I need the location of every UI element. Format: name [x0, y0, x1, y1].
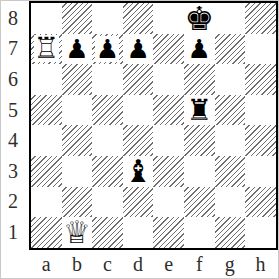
square-g1	[215, 217, 246, 248]
square-b3	[62, 156, 93, 187]
board: ♚♖♟♟♟♟♜♝♕	[29, 1, 278, 250]
square-b6	[62, 64, 93, 95]
black-pawn: ♟	[187, 36, 211, 62]
square-g6	[215, 64, 246, 95]
rank-label-2: 2	[1, 187, 25, 218]
chess-diagram: 87654321 ♚♖♟♟♟♟♜♝♕ abcdefgh	[0, 0, 279, 279]
square-e4	[153, 125, 184, 156]
black-pawn: ♟	[65, 36, 89, 62]
square-b7: ♟	[62, 34, 93, 65]
file-label-d: d	[123, 250, 154, 278]
square-d6	[123, 64, 154, 95]
square-d2	[123, 187, 154, 218]
square-f7: ♟	[184, 34, 215, 65]
square-c7: ♟	[92, 34, 123, 65]
square-e5	[153, 95, 184, 126]
square-g7	[215, 34, 246, 65]
square-d8	[123, 3, 154, 34]
square-f2	[184, 187, 215, 218]
square-a2	[31, 187, 62, 218]
square-g4	[215, 125, 246, 156]
rank-label-6: 6	[1, 64, 25, 95]
rank-label-5: 5	[1, 95, 25, 126]
square-h6	[245, 64, 276, 95]
square-h4	[245, 125, 276, 156]
rank-labels: 87654321	[1, 3, 29, 248]
square-f8: ♚	[184, 3, 215, 34]
square-h7	[245, 34, 276, 65]
square-d3: ♝	[123, 156, 154, 187]
square-b5	[62, 95, 93, 126]
file-label-h: h	[245, 250, 276, 278]
square-a6	[31, 64, 62, 95]
square-a4	[31, 125, 62, 156]
square-f1	[184, 217, 215, 248]
square-f6	[184, 64, 215, 95]
file-label-e: e	[153, 250, 184, 278]
square-c4	[92, 125, 123, 156]
rank-label-1: 1	[1, 217, 25, 248]
black-pawn: ♟	[95, 36, 119, 62]
file-labels: abcdefgh	[31, 250, 276, 278]
square-a7: ♖	[31, 34, 62, 65]
square-g2	[215, 187, 246, 218]
square-b8	[62, 3, 93, 34]
square-h5	[245, 95, 276, 126]
square-b1: ♕	[62, 217, 93, 248]
square-g8	[215, 3, 246, 34]
square-f3	[184, 156, 215, 187]
black-bishop: ♝	[125, 158, 151, 185]
black-pawn: ♟	[126, 36, 150, 62]
rank-label-3: 3	[1, 156, 25, 187]
square-a8	[31, 3, 62, 34]
square-c2	[92, 187, 123, 218]
square-d1	[123, 217, 154, 248]
square-h8	[245, 3, 276, 34]
white-rook: ♖	[34, 35, 59, 62]
square-d7: ♟	[123, 34, 154, 65]
square-c5	[92, 95, 123, 126]
square-e2	[153, 187, 184, 218]
square-c3	[92, 156, 123, 187]
black-king: ♚	[184, 3, 215, 34]
file-label-a: a	[31, 250, 62, 278]
square-h2	[245, 187, 276, 218]
square-h1	[245, 217, 276, 248]
square-a3	[31, 156, 62, 187]
square-e3	[153, 156, 184, 187]
square-g5	[215, 95, 246, 126]
rank-label-7: 7	[1, 34, 25, 65]
square-g3	[215, 156, 246, 187]
file-label-c: c	[92, 250, 123, 278]
square-c8	[92, 3, 123, 34]
square-e8	[153, 3, 184, 34]
square-e7	[153, 34, 184, 65]
square-f5: ♜	[184, 95, 215, 126]
square-f4	[184, 125, 215, 156]
file-label-f: f	[184, 250, 215, 278]
square-e1	[153, 217, 184, 248]
rank-label-4: 4	[1, 125, 25, 156]
square-b4	[62, 125, 93, 156]
square-a1	[31, 217, 62, 248]
square-h3	[245, 156, 276, 187]
square-a5	[31, 95, 62, 126]
square-d5	[123, 95, 154, 126]
square-e6	[153, 64, 184, 95]
square-c6	[92, 64, 123, 95]
square-d4	[123, 125, 154, 156]
file-label-g: g	[215, 250, 246, 278]
white-queen: ♕	[62, 219, 92, 246]
rank-label-8: 8	[1, 3, 25, 34]
square-c1	[92, 217, 123, 248]
square-b2	[62, 187, 93, 218]
black-rook: ♜	[186, 97, 212, 124]
file-label-b: b	[62, 250, 93, 278]
